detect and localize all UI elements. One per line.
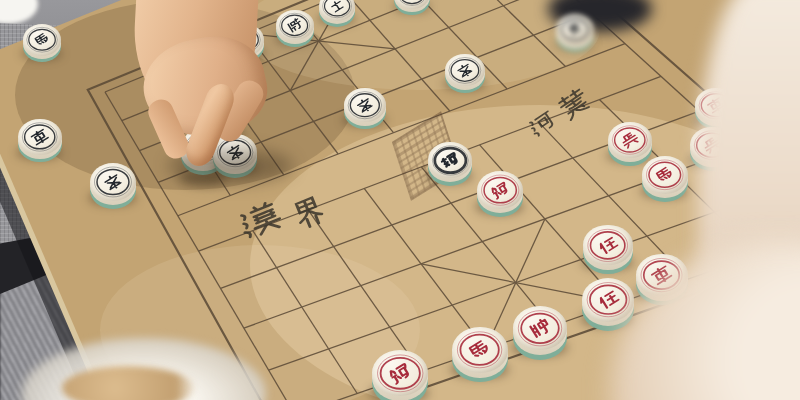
- piece-black[interactable]: [394, 0, 430, 18]
- piece-black-象[interactable]: [556, 14, 594, 55]
- piece-black-士[interactable]: [319, 0, 355, 30]
- piece-black-車[interactable]: [18, 119, 61, 166]
- piece-red-仕[interactable]: [583, 225, 632, 279]
- piece-red-帥[interactable]: [513, 306, 567, 365]
- xiangqi-photo-scene: [0, 0, 800, 400]
- piece-red-炮[interactable]: [477, 171, 523, 221]
- piece-red-馬[interactable]: [452, 327, 507, 387]
- piece-black-卒[interactable]: [445, 54, 485, 97]
- piece-red-炮[interactable]: [372, 350, 428, 400]
- piece-black-將[interactable]: [276, 10, 313, 51]
- piece-black-卒[interactable]: [90, 163, 136, 213]
- piece-black-卒[interactable]: [344, 88, 386, 133]
- piece-black-砲[interactable]: [428, 142, 473, 191]
- piece-red-馬[interactable]: [642, 156, 688, 206]
- piece-black-馬[interactable]: [23, 24, 61, 65]
